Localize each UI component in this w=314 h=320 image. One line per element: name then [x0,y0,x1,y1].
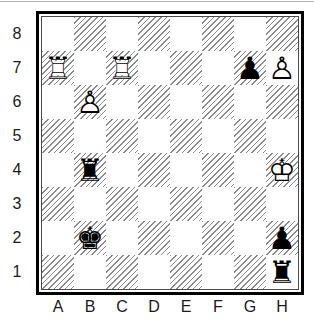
chess-board: ♜♖♜♖♟♟♙♟♙♜♚♔♚♟♜ [42,17,298,289]
square-e8 [170,17,202,51]
piece-glyph: ♖ [108,51,136,85]
square-f5 [202,119,234,153]
piece-glyph: ♟ [268,221,296,255]
square-a7: ♜♖ [42,51,74,85]
square-c6 [106,85,138,119]
square-g8 [234,17,266,51]
file-label-f: F [202,296,234,318]
square-h6 [266,85,298,119]
square-b6: ♟♙ [74,85,106,119]
black-rook-h1: ♜ [266,255,298,289]
square-d8 [138,17,170,51]
square-f7 [202,51,234,85]
square-d3 [138,187,170,221]
piece-glyph: ♜ [76,153,104,187]
square-f8 [202,17,234,51]
square-a4 [42,153,74,187]
rank-label-2: 2 [4,221,30,255]
white-pawn-b6: ♟♙ [74,85,106,119]
rank-label-6: 6 [4,85,30,119]
black-pawn-h2: ♟ [266,221,298,255]
file-label-b: B [74,296,106,318]
square-d5 [138,119,170,153]
square-a3 [42,187,74,221]
black-rook-b4: ♜ [74,153,106,187]
square-h2: ♟ [266,221,298,255]
square-g5 [234,119,266,153]
white-pawn-h7: ♟♙ [266,51,298,85]
square-b4: ♜ [74,153,106,187]
square-a8 [42,17,74,51]
square-e5 [170,119,202,153]
square-c7: ♜♖ [106,51,138,85]
square-h5 [266,119,298,153]
square-e4 [170,153,202,187]
piece-glyph: ♚ [76,221,104,255]
file-label-a: A [42,296,74,318]
piece-glyph: ♔ [268,153,296,187]
square-c1 [106,255,138,289]
square-c4 [106,153,138,187]
square-a1 [42,255,74,289]
square-b8 [74,17,106,51]
white-rook-c7: ♜♖ [106,51,138,85]
square-f6 [202,85,234,119]
square-a2 [42,221,74,255]
square-e3 [170,187,202,221]
file-label-g: G [234,296,266,318]
square-e7 [170,51,202,85]
square-a5 [42,119,74,153]
square-a6 [42,85,74,119]
square-h8 [266,17,298,51]
chess-diagram: 87654321 ♜♖♜♖♟♟♙♟♙♜♚♔♚♟♜ ABCDEFGH [0,0,314,320]
square-e1 [170,255,202,289]
square-d6 [138,85,170,119]
square-b7 [74,51,106,85]
chess-board-frame: ♜♖♜♖♟♟♙♟♙♜♚♔♚♟♜ [36,11,304,295]
square-h4: ♚♔ [266,153,298,187]
piece-glyph: ♖ [44,51,72,85]
file-label-e: E [170,296,202,318]
square-f1 [202,255,234,289]
white-king-h4: ♚♔ [266,153,298,187]
square-f2 [202,221,234,255]
square-g1 [234,255,266,289]
rank-label-4: 4 [4,153,30,187]
square-g7: ♟ [234,51,266,85]
square-d4 [138,153,170,187]
file-labels: ABCDEFGH [42,296,298,318]
file-label-d: D [138,296,170,318]
square-b5 [74,119,106,153]
square-e6 [170,85,202,119]
rank-label-5: 5 [4,119,30,153]
rank-label-7: 7 [4,51,30,85]
piece-glyph: ♙ [268,51,296,85]
black-pawn-g7: ♟ [234,51,266,85]
black-king-b2: ♚ [74,221,106,255]
rank-label-8: 8 [4,17,30,51]
square-d1 [138,255,170,289]
square-c8 [106,17,138,51]
square-f3 [202,187,234,221]
file-label-h: H [266,296,298,318]
chess-board-inner-border: ♜♖♜♖♟♟♙♟♙♜♚♔♚♟♜ [41,16,299,290]
white-rook-a7: ♜♖ [42,51,74,85]
square-b3 [74,187,106,221]
square-h7: ♟♙ [266,51,298,85]
piece-glyph: ♟ [236,51,264,85]
file-label-c: C [106,296,138,318]
square-g6 [234,85,266,119]
square-d7 [138,51,170,85]
square-e2 [170,221,202,255]
square-g4 [234,153,266,187]
square-c5 [106,119,138,153]
piece-glyph: ♜ [268,255,296,289]
image-top-edge-line [0,1,314,2]
square-f4 [202,153,234,187]
square-g2 [234,221,266,255]
rank-label-3: 3 [4,187,30,221]
rank-labels: 87654321 [4,17,30,289]
square-b1 [74,255,106,289]
piece-glyph: ♙ [76,85,104,119]
square-c2 [106,221,138,255]
rank-label-1: 1 [4,255,30,289]
square-h1: ♜ [266,255,298,289]
square-d2 [138,221,170,255]
square-b2: ♚ [74,221,106,255]
square-h3 [266,187,298,221]
square-g3 [234,187,266,221]
square-c3 [106,187,138,221]
